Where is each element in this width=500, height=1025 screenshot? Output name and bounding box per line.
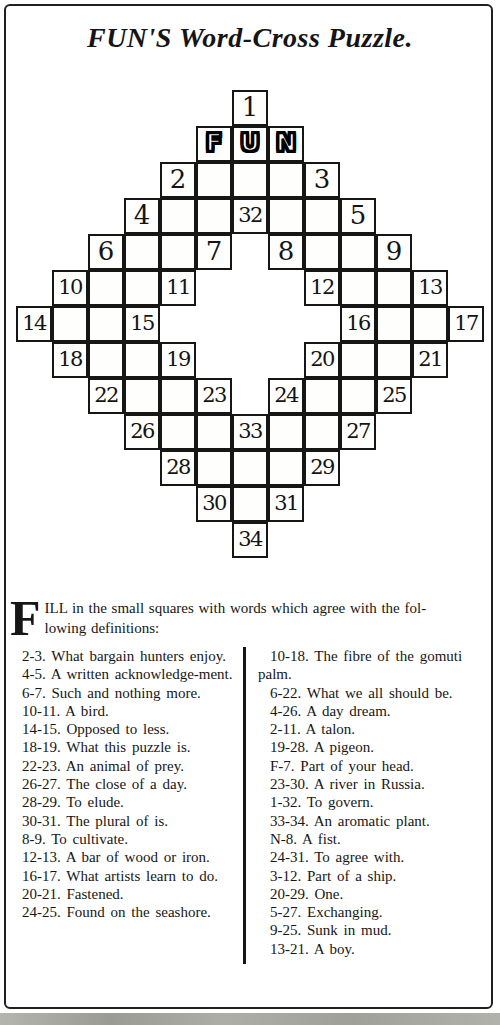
clue-N-8: N-8. A fist. <box>258 830 494 848</box>
grid-cell-r10c4-26[interactable]: 26 <box>124 414 160 450</box>
grid-cell-r9c11-25[interactable]: 25 <box>376 378 412 414</box>
clue-9-25: 9-25. Sunk in mud. <box>258 921 494 939</box>
grid-cell-r10c10-27[interactable]: 27 <box>340 414 376 450</box>
grid-cell-r7c4-15[interactable]: 15 <box>124 306 160 342</box>
clue-30-31: 30-31. The plural of is. <box>10 812 240 830</box>
grid-cell-r4c4-4[interactable]: 4 <box>124 198 160 234</box>
instructions: F ILL in the small squares with words wh… <box>8 598 494 638</box>
grid-cell-r6c10[interactable] <box>340 270 376 306</box>
grid-cell-r10c7-33[interactable]: 33 <box>232 414 268 450</box>
grid-cell-r3c7[interactable] <box>232 162 268 198</box>
clue-26-27: 26-27. The close of a day. <box>10 775 240 793</box>
grid-cell-r2c7-U[interactable]: U <box>232 126 268 162</box>
clue-10-18: 10-18. The fibre of the gomuti palm. <box>258 647 494 684</box>
grid-cell-r2c8-N[interactable]: N <box>268 126 304 162</box>
clue-20-29: 20-29. One. <box>258 885 494 903</box>
grid-cell-r7c3[interactable] <box>88 306 124 342</box>
clue-12-13: 12-13. A bar of wood or iron. <box>10 848 240 866</box>
grid-cell-r8c10[interactable] <box>340 342 376 378</box>
clue-13-21: 13-21. A boy. <box>258 940 494 958</box>
grid-cell-r11c9-29[interactable]: 29 <box>304 450 340 486</box>
grid-cell-r4c6[interactable] <box>196 198 232 234</box>
grid-cell-r7c12[interactable] <box>412 306 448 342</box>
instructions-dropcap: F <box>10 599 41 637</box>
grid-cell-r5c6-7[interactable]: 7 <box>196 234 232 270</box>
grid-cell-r6c11[interactable] <box>376 270 412 306</box>
grid-cell-r9c8-24[interactable]: 24 <box>268 378 304 414</box>
grid-cell-r3c6[interactable] <box>196 162 232 198</box>
clue-16-17: 16-17. What artists learn to do. <box>10 867 240 885</box>
grid-cell-r3c8[interactable] <box>268 162 304 198</box>
grid-cell-r6c12-13[interactable]: 13 <box>412 270 448 306</box>
grid-cell-r5c9[interactable] <box>304 234 340 270</box>
grid-cell-r11c6[interactable] <box>196 450 232 486</box>
grid-cell-r6c3[interactable] <box>88 270 124 306</box>
grid-cell-r11c8[interactable] <box>268 450 304 486</box>
clue-6-7: 6-7. Such and nothing more. <box>10 684 240 702</box>
scan-bottom-edge <box>0 1013 500 1025</box>
grid-cell-r7c10-16[interactable]: 16 <box>340 306 376 342</box>
grid-cell-r5c4[interactable] <box>124 234 160 270</box>
grid-cell-r1c7-1[interactable]: 1 <box>232 90 268 126</box>
grid-cell-r8c4[interactable] <box>124 342 160 378</box>
grid-cell-r12c8-31[interactable]: 31 <box>268 486 304 522</box>
grid-cell-r10c8[interactable] <box>268 414 304 450</box>
grid-cell-r10c9[interactable] <box>304 414 340 450</box>
grid-cell-r9c10[interactable] <box>340 378 376 414</box>
clue-20-21: 20-21. Fastened. <box>10 885 240 903</box>
grid-cell-r5c11-9[interactable]: 9 <box>376 234 412 270</box>
grid-cell-r12c6-30[interactable]: 30 <box>196 486 232 522</box>
grid-cell-r6c4[interactable] <box>124 270 160 306</box>
clue-3-12: 3-12. Part of a ship. <box>258 867 494 885</box>
grid-cell-r8c3[interactable] <box>88 342 124 378</box>
crossword-grid: 1FUN234325678910111213141516171819202122… <box>16 90 484 558</box>
clue-23-30: 23-30. A river in Russia. <box>258 775 494 793</box>
grid-cell-r7c2[interactable] <box>52 306 88 342</box>
grid-cell-r8c12-21[interactable]: 21 <box>412 342 448 378</box>
clue-F-7: F-7. Part of your head. <box>258 757 494 775</box>
grid-cell-r9c3-22[interactable]: 22 <box>88 378 124 414</box>
grid-cell-r8c11[interactable] <box>376 342 412 378</box>
grid-cell-r9c5[interactable] <box>160 378 196 414</box>
grid-cell-r7c13-17[interactable]: 17 <box>448 306 484 342</box>
grid-cell-r3c9-3[interactable]: 3 <box>304 162 340 198</box>
clues-right-column: 10-18. The fibre of the gomuti palm.6-22… <box>246 647 494 964</box>
grid-cell-r5c5[interactable] <box>160 234 196 270</box>
grid-cell-r13c7-34[interactable]: 34 <box>232 522 268 558</box>
clue-4-26: 4-26. A day dream. <box>258 702 494 720</box>
grid-cell-r8c5-19[interactable]: 19 <box>160 342 196 378</box>
clue-19-28: 19-28. A pigeon. <box>258 738 494 756</box>
clues-section: F ILL in the small squares with words wh… <box>8 598 494 964</box>
grid-cell-r12c7[interactable] <box>232 486 268 522</box>
grid-cell-r10c5[interactable] <box>160 414 196 450</box>
grid-cell-r11c7[interactable] <box>232 450 268 486</box>
grid-cell-r5c3-6[interactable]: 6 <box>88 234 124 270</box>
grid-cell-r5c10[interactable] <box>340 234 376 270</box>
clue-33-34: 33-34. An aromatic plant. <box>258 812 494 830</box>
clue-24-31: 24-31. To agree with. <box>258 848 494 866</box>
clue-columns: 2-3. What bargain hunters enjoy.4-5. A w… <box>8 647 494 964</box>
grid-cell-r4c8[interactable] <box>268 198 304 234</box>
grid-cell-r8c2-18[interactable]: 18 <box>52 342 88 378</box>
instructions-line-1: ILL in the small squares with words whic… <box>45 600 427 616</box>
instructions-line-2: lowing definitions: <box>45 620 160 636</box>
grid-cell-r11c5-28[interactable]: 28 <box>160 450 196 486</box>
clue-2-11: 2-11. A talon. <box>258 720 494 738</box>
grid-cell-r6c2-10[interactable]: 10 <box>52 270 88 306</box>
clue-22-23: 22-23. An animal of prey. <box>10 757 240 775</box>
grid-cell-r4c5[interactable] <box>160 198 196 234</box>
page: FUN'S Word-Cross Puzzle. 1FUN23432567891… <box>0 0 500 1025</box>
grid-cell-r10c6[interactable] <box>196 414 232 450</box>
clues-left-column: 2-3. What bargain hunters enjoy.4-5. A w… <box>8 647 246 964</box>
grid-cell-r4c9[interactable] <box>304 198 340 234</box>
clue-28-29: 28-29. To elude. <box>10 793 240 811</box>
clue-8-9: 8-9. To cultivate. <box>10 830 240 848</box>
grid-cell-r7c11[interactable] <box>376 306 412 342</box>
grid-cell-r6c5-11[interactable]: 11 <box>160 270 196 306</box>
grid-cell-r4c10-5[interactable]: 5 <box>340 198 376 234</box>
puzzle-title: FUN'S Word-Cross Puzzle. <box>0 22 500 54</box>
grid-cell-r6c9-12[interactable]: 12 <box>304 270 340 306</box>
clue-18-19: 18-19. What this puzzle is. <box>10 738 240 756</box>
grid-cell-r4c7-32[interactable]: 32 <box>232 198 268 234</box>
clue-1-32: 1-32. To govern. <box>258 793 494 811</box>
grid-cell-r8c9-20[interactable]: 20 <box>304 342 340 378</box>
clue-14-15: 14-15. Opposed to less. <box>10 720 240 738</box>
grid-cell-r9c9[interactable] <box>304 378 340 414</box>
grid-cell-r9c6-23[interactable]: 23 <box>196 378 232 414</box>
clue-6-22: 6-22. What we all should be. <box>258 684 494 702</box>
clue-10-11: 10-11. A bird. <box>10 702 240 720</box>
grid-cell-r3c5-2[interactable]: 2 <box>160 162 196 198</box>
grid-cell-r7c1-14[interactable]: 14 <box>16 306 52 342</box>
clue-24-25: 24-25. Found on the seashore. <box>10 903 240 921</box>
grid-cell-r9c4[interactable] <box>124 378 160 414</box>
clue-2-3: 2-3. What bargain hunters enjoy. <box>10 647 240 665</box>
grid-cell-r2c6-F[interactable]: F <box>196 126 232 162</box>
clue-5-27: 5-27. Exchanging. <box>258 903 494 921</box>
grid-cell-r5c8-8[interactable]: 8 <box>268 234 304 270</box>
clue-4-5: 4-5. A written acknowledge-ment. <box>10 665 240 683</box>
